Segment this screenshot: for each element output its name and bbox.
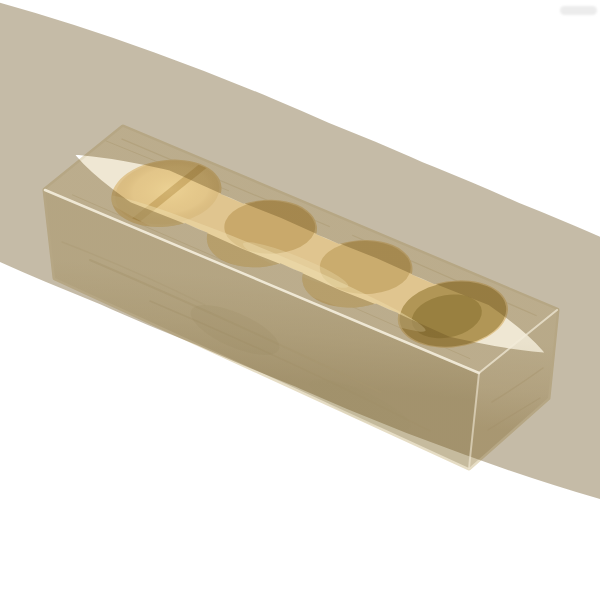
product-photo [0, 0, 600, 600]
watermark [560, 6, 597, 15]
product-photo-stage [0, 0, 600, 600]
